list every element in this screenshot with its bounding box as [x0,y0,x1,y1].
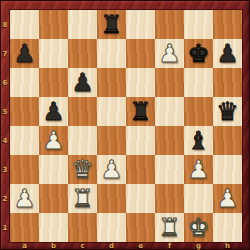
square-g7[interactable]: ♚ [184,39,213,68]
black-king-g7[interactable]: ♚ [187,39,209,68]
square-b3[interactable] [39,155,68,184]
file-labels: abcdefgh [10,241,242,250]
white-pawn-h2[interactable]: ♟ [216,184,238,213]
square-g1[interactable]: ♚ [184,213,213,242]
square-f3[interactable] [155,155,184,184]
square-c4[interactable] [68,126,97,155]
square-a5[interactable] [10,97,39,126]
square-a4[interactable] [10,126,39,155]
square-f2[interactable] [155,184,184,213]
square-d1[interactable] [97,213,126,242]
square-f6[interactable] [155,68,184,97]
file-label-d: d [97,241,126,250]
white-pawn-f7[interactable]: ♟ [158,39,180,68]
square-b7[interactable] [39,39,68,68]
white-rook-f1[interactable]: ♜ [158,213,180,242]
black-rook-e5[interactable]: ♜ [129,97,151,126]
chess-board: ♜♟♟♚♟♟♟♜♛♟♝♛♟♟♟♜♟♜♚ [10,10,242,242]
square-b5[interactable]: ♟ [39,97,68,126]
white-king-g1[interactable]: ♚ [187,213,209,242]
square-e3[interactable] [126,155,155,184]
file-label-f: f [155,241,184,250]
black-bishop-g4[interactable]: ♝ [187,126,209,155]
file-label-e: e [126,241,155,250]
square-c2[interactable]: ♜ [68,184,97,213]
rank-labels: 87654321 [0,10,10,242]
square-d7[interactable] [97,39,126,68]
square-c8[interactable] [68,10,97,39]
square-e5[interactable]: ♜ [126,97,155,126]
square-a2[interactable]: ♟ [10,184,39,213]
white-queen-c3[interactable]: ♛ [71,155,93,184]
chess-board-frame: 87654321 ♜♟♟♚♟♟♟♜♛♟♝♛♟♟♟♜♟♜♚ abcdefgh [0,0,250,250]
square-d3[interactable]: ♟ [97,155,126,184]
square-f4[interactable] [155,126,184,155]
rank-label-4: 4 [0,126,10,155]
square-h6[interactable] [213,68,242,97]
square-f7[interactable]: ♟ [155,39,184,68]
black-pawn-h7[interactable]: ♟ [216,39,238,68]
rank-label-3: 3 [0,155,10,184]
square-d6[interactable] [97,68,126,97]
square-g3[interactable]: ♟ [184,155,213,184]
square-f8[interactable] [155,10,184,39]
square-c6[interactable]: ♟ [68,68,97,97]
rank-label-1: 1 [0,213,10,242]
square-h7[interactable]: ♟ [213,39,242,68]
file-label-h: h [213,241,242,250]
square-b6[interactable] [39,68,68,97]
white-pawn-a2[interactable]: ♟ [13,184,35,213]
black-pawn-b5[interactable]: ♟ [42,97,64,126]
square-h5[interactable]: ♛ [213,97,242,126]
square-d8[interactable]: ♜ [97,10,126,39]
square-e7[interactable] [126,39,155,68]
black-pawn-c6[interactable]: ♟ [71,68,93,97]
square-g6[interactable] [184,68,213,97]
square-f1[interactable]: ♜ [155,213,184,242]
square-a7[interactable]: ♟ [10,39,39,68]
file-label-b: b [39,241,68,250]
rank-label-8: 8 [0,10,10,39]
rank-label-5: 5 [0,97,10,126]
square-b2[interactable] [39,184,68,213]
square-e6[interactable] [126,68,155,97]
black-queen-h5[interactable]: ♛ [216,97,238,126]
square-d2[interactable] [97,184,126,213]
file-label-c: c [68,241,97,250]
white-pawn-d3[interactable]: ♟ [100,155,122,184]
rank-label-7: 7 [0,39,10,68]
square-e2[interactable] [126,184,155,213]
white-pawn-b4[interactable]: ♟ [42,126,64,155]
rank-label-2: 2 [0,184,10,213]
square-f5[interactable] [155,97,184,126]
square-a3[interactable] [10,155,39,184]
square-e1[interactable] [126,213,155,242]
square-e8[interactable] [126,10,155,39]
square-g5[interactable] [184,97,213,126]
square-h8[interactable] [213,10,242,39]
square-g2[interactable] [184,184,213,213]
square-e4[interactable] [126,126,155,155]
square-c7[interactable] [68,39,97,68]
square-g8[interactable] [184,10,213,39]
black-pawn-a7[interactable]: ♟ [13,39,35,68]
white-pawn-g3[interactable]: ♟ [187,155,209,184]
square-b4[interactable]: ♟ [39,126,68,155]
square-c1[interactable] [68,213,97,242]
square-h4[interactable] [213,126,242,155]
black-rook-d8[interactable]: ♜ [100,10,122,39]
square-g4[interactable]: ♝ [184,126,213,155]
square-a1[interactable] [10,213,39,242]
square-c3[interactable]: ♛ [68,155,97,184]
square-b1[interactable] [39,213,68,242]
square-a8[interactable] [10,10,39,39]
rank-label-6: 6 [0,68,10,97]
square-a6[interactable] [10,68,39,97]
square-h3[interactable] [213,155,242,184]
file-label-a: a [10,241,39,250]
square-c5[interactable] [68,97,97,126]
square-b8[interactable] [39,10,68,39]
white-rook-c2[interactable]: ♜ [71,184,93,213]
square-d5[interactable] [97,97,126,126]
square-h2[interactable]: ♟ [213,184,242,213]
square-h1[interactable] [213,213,242,242]
file-label-g: g [184,241,213,250]
square-d4[interactable] [97,126,126,155]
